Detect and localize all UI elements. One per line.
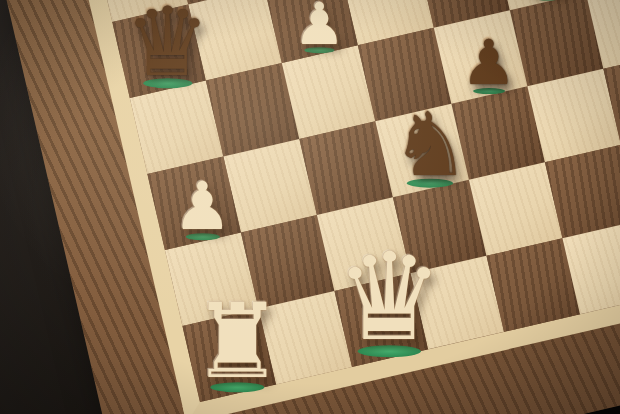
chessboard-photo: ♛♟♟♟♟♞♜♛ [0, 0, 620, 414]
pawn-glyph: ♟ [293, 0, 345, 52]
pawn-glyph: ♟ [461, 34, 517, 93]
board-frame: ♛♟♟♟♟♞♜♛ [0, 0, 620, 414]
piece-black-pawn: ♟ [461, 34, 517, 93]
green-felt-base [211, 382, 265, 392]
maple-inlay-border: ♛♟♟♟♟♞♜♛ [77, 0, 620, 414]
pawn-glyph: ♟ [173, 177, 232, 240]
chess-board: ♛♟♟♟♟♞♜♛ [95, 0, 620, 402]
piece-white-pawn: ♟ [173, 177, 232, 240]
piece-white-pawn: ♟ [293, 0, 345, 52]
green-felt-base [358, 345, 421, 357]
